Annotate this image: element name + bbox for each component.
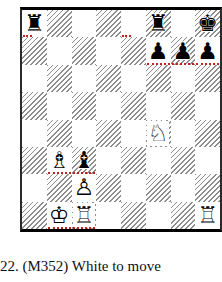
square-d1 bbox=[96, 202, 121, 229]
square-g4 bbox=[171, 120, 196, 147]
square-a1 bbox=[22, 202, 47, 229]
square-h5 bbox=[195, 92, 220, 119]
square-b7 bbox=[47, 37, 72, 64]
square-e1 bbox=[121, 202, 146, 229]
square-f1 bbox=[146, 202, 171, 229]
square-f8: ♜ bbox=[146, 10, 171, 37]
square-f5 bbox=[146, 92, 171, 119]
square-c3: ♝ bbox=[72, 147, 97, 174]
document-page: { "game": "chess", "position": { "fen": … bbox=[0, 0, 222, 282]
square-d4 bbox=[96, 120, 121, 147]
square-d5 bbox=[96, 92, 121, 119]
black-pawn-glyph: ♟ bbox=[197, 39, 218, 64]
black-pawn-glyph: ♟ bbox=[173, 39, 194, 64]
square-a5 bbox=[22, 92, 47, 119]
black-rook-glyph: ♜ bbox=[24, 11, 45, 36]
square-e6 bbox=[121, 65, 146, 92]
chess-diagram-frame: ♜♜♚♟♟♟♘♗♝♙♔♖♖ bbox=[20, 7, 222, 232]
square-g7: ♟ bbox=[171, 37, 196, 64]
square-b4 bbox=[47, 120, 72, 147]
square-c4 bbox=[72, 120, 97, 147]
square-a4 bbox=[22, 120, 47, 147]
square-a7 bbox=[22, 37, 47, 64]
square-g5 bbox=[171, 92, 196, 119]
black-bishop-glyph: ♝ bbox=[74, 148, 95, 173]
square-d2 bbox=[96, 174, 121, 201]
white-rook-glyph: ♖ bbox=[196, 203, 219, 228]
diagram-caption[interactable]: 22. (M352) White to move bbox=[0, 258, 161, 275]
square-f2 bbox=[146, 174, 171, 201]
square-c5 bbox=[72, 92, 97, 119]
square-h1: ♖ bbox=[195, 202, 220, 229]
square-c8 bbox=[72, 10, 97, 37]
white-king-glyph: ♔ bbox=[48, 203, 71, 228]
square-h2 bbox=[195, 174, 220, 201]
white-pawn-glyph: ♙ bbox=[73, 175, 96, 200]
square-a6 bbox=[22, 65, 47, 92]
square-c2: ♙ bbox=[72, 174, 97, 201]
square-c7 bbox=[72, 37, 97, 64]
square-e2 bbox=[121, 174, 146, 201]
square-g6 bbox=[171, 65, 196, 92]
square-a3 bbox=[22, 147, 47, 174]
square-b3: ♗ bbox=[47, 147, 72, 174]
square-c1: ♖ bbox=[72, 202, 97, 229]
square-d7 bbox=[96, 37, 121, 64]
black-king-glyph: ♚ bbox=[197, 11, 218, 36]
square-e4 bbox=[121, 120, 146, 147]
square-h7: ♟ bbox=[195, 37, 220, 64]
square-d8 bbox=[96, 10, 121, 37]
square-a2 bbox=[22, 174, 47, 201]
chess-board: ♜♜♚♟♟♟♘♗♝♙♔♖♖ bbox=[22, 10, 220, 229]
square-e3 bbox=[121, 147, 146, 174]
square-e8 bbox=[121, 10, 146, 37]
white-rook-glyph: ♖ bbox=[73, 203, 96, 228]
square-g2 bbox=[171, 174, 196, 201]
square-f4: ♘ bbox=[146, 120, 171, 147]
square-g3 bbox=[171, 147, 196, 174]
square-b8 bbox=[47, 10, 72, 37]
square-b2 bbox=[47, 174, 72, 201]
square-d3 bbox=[96, 147, 121, 174]
square-h4 bbox=[195, 120, 220, 147]
square-g8 bbox=[171, 10, 196, 37]
square-f7: ♟ bbox=[146, 37, 171, 64]
spellcheck-squiggle bbox=[48, 227, 71, 229]
square-d6 bbox=[96, 65, 121, 92]
square-h8: ♚ bbox=[195, 10, 220, 37]
spellcheck-squiggle bbox=[73, 227, 96, 229]
square-g1 bbox=[171, 202, 196, 229]
square-f3 bbox=[146, 147, 171, 174]
square-b6 bbox=[47, 65, 72, 92]
square-h3 bbox=[195, 147, 220, 174]
square-e7 bbox=[121, 37, 146, 64]
square-a8: ♜ bbox=[22, 10, 47, 37]
black-pawn-glyph: ♟ bbox=[148, 39, 169, 64]
square-c6 bbox=[72, 65, 97, 92]
white-bishop-glyph: ♗ bbox=[48, 148, 71, 173]
square-f6 bbox=[146, 65, 171, 92]
black-rook-glyph: ♜ bbox=[148, 11, 169, 36]
square-h6 bbox=[195, 65, 220, 92]
square-e5 bbox=[121, 92, 146, 119]
white-knight-glyph: ♘ bbox=[147, 121, 170, 146]
square-b1: ♔ bbox=[47, 202, 72, 229]
square-b5 bbox=[47, 92, 72, 119]
